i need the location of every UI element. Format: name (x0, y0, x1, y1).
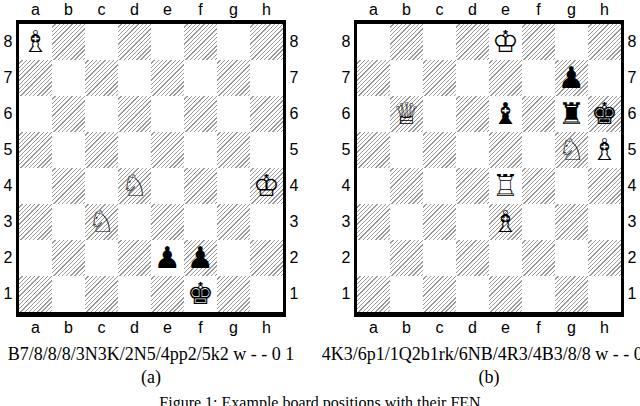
square-e8: ♔ (489, 24, 522, 60)
square-a2 (357, 240, 390, 276)
square-f3 (184, 204, 217, 240)
black-pawn-e2: ♟ (154, 240, 181, 276)
square-c4 (423, 168, 456, 204)
square-a4 (357, 168, 390, 204)
square-a2 (19, 240, 52, 276)
rank-labels-left: 87654321 (0, 20, 16, 317)
square-d2 (456, 240, 489, 276)
square-g2 (217, 240, 250, 276)
square-b5 (52, 132, 85, 168)
square-g4 (555, 168, 588, 204)
square-g7 (217, 60, 250, 96)
rank-label-5: 5 (0, 132, 16, 168)
rank-label-1: 1 (338, 276, 354, 312)
file-label-h: h (588, 318, 621, 338)
file-label-c: c (85, 318, 118, 338)
rank-label-1: 1 (624, 276, 640, 312)
rank-label-3: 3 (0, 204, 16, 240)
rank-label-3: 3 (286, 204, 302, 240)
rank-label-4: 4 (286, 168, 302, 204)
fen-text-a: B7/8/8/8/3N3K/2N5/4pp2/5k2 w - - 0 1 (8, 343, 295, 365)
square-c6 (85, 96, 118, 132)
square-g6: ♜ (555, 96, 588, 132)
black-bishop-e6: ♝ (492, 96, 519, 132)
rank-label-2: 2 (0, 240, 16, 276)
square-a8 (357, 24, 390, 60)
square-d3 (456, 204, 489, 240)
square-f4 (184, 168, 217, 204)
figure-caption: Figure 1: Example board positions with t… (0, 393, 640, 406)
square-f2: ♟ (184, 240, 217, 276)
figure-block-b: abcdefgh 87654321 ♔♟♕♝♜♚♘♗♖♗ 87654321 ab… (338, 0, 640, 389)
square-b2 (52, 240, 85, 276)
square-g4 (217, 168, 250, 204)
square-b8 (52, 24, 85, 60)
square-b2 (390, 240, 423, 276)
square-h6 (250, 96, 283, 132)
square-g3 (555, 204, 588, 240)
rank-label-4: 4 (338, 168, 354, 204)
square-f8 (522, 24, 555, 60)
square-f8 (184, 24, 217, 60)
square-c1 (423, 276, 456, 312)
square-d8 (118, 24, 151, 60)
rank-label-2: 2 (286, 240, 302, 276)
file-label-g: g (555, 0, 588, 20)
square-g5: ♘ (555, 132, 588, 168)
square-c6 (423, 96, 456, 132)
square-e6: ♝ (489, 96, 522, 132)
rank-labels-right: 87654321 (286, 20, 302, 317)
file-label-b: b (390, 0, 423, 20)
square-h6: ♚ (588, 96, 621, 132)
square-e5 (489, 132, 522, 168)
square-d6 (118, 96, 151, 132)
square-f5 (184, 132, 217, 168)
rank-label-7: 7 (338, 60, 354, 96)
file-label-d: d (456, 318, 489, 338)
square-b8 (390, 24, 423, 60)
board-middle: 87654321 ♔♟♕♝♜♚♘♗♖♗ 87654321 (338, 20, 640, 317)
white-knight-g5: ♘ (558, 132, 585, 168)
chessboard-b: ♔♟♕♝♜♚♘♗♖♗ (354, 20, 624, 317)
square-e3 (151, 204, 184, 240)
square-b7 (52, 60, 85, 96)
file-label-d: d (456, 0, 489, 20)
file-label-a: a (357, 318, 390, 338)
rank-label-5: 5 (286, 132, 302, 168)
square-c3 (423, 204, 456, 240)
file-label-e: e (151, 318, 184, 338)
square-a5 (19, 132, 52, 168)
file-labels-bottom: abcdefgh (357, 317, 640, 338)
file-labels-bottom: abcdefgh (19, 317, 302, 338)
file-label-e: e (489, 318, 522, 338)
rank-label-1: 1 (0, 276, 16, 312)
square-a5 (357, 132, 390, 168)
square-f6 (184, 96, 217, 132)
file-label-g: g (217, 318, 250, 338)
square-d4 (456, 168, 489, 204)
black-pawn-f2: ♟ (187, 240, 214, 276)
chess-diagrams-row: abcdefgh 87654321 ♗♘♔♘♟♟♚ 87654321 abcde… (0, 0, 640, 389)
square-b5 (390, 132, 423, 168)
square-a8: ♗ (19, 24, 52, 60)
square-d6 (456, 96, 489, 132)
square-h2 (588, 240, 621, 276)
square-d5 (118, 132, 151, 168)
square-h3 (250, 204, 283, 240)
file-label-h: h (250, 318, 283, 338)
square-c8 (423, 24, 456, 60)
square-g3 (217, 204, 250, 240)
black-king-f1: ♚ (187, 276, 214, 312)
rank-label-6: 6 (0, 96, 16, 132)
rank-label-8: 8 (0, 24, 16, 60)
file-label-b: b (52, 0, 85, 20)
white-king-h4: ♔ (253, 168, 280, 204)
black-pawn-g7: ♟ (558, 60, 585, 96)
file-label-a: a (19, 0, 52, 20)
square-a7 (19, 60, 52, 96)
rank-label-4: 4 (0, 168, 16, 204)
square-f5 (522, 132, 555, 168)
square-e4: ♖ (489, 168, 522, 204)
square-a7 (357, 60, 390, 96)
square-h1 (588, 276, 621, 312)
square-a3 (357, 204, 390, 240)
square-a4 (19, 168, 52, 204)
file-label-b: b (52, 318, 85, 338)
white-bishop-h5: ♗ (591, 132, 618, 168)
file-label-c: c (85, 0, 118, 20)
white-knight-d4: ♘ (121, 168, 148, 204)
file-label-a: a (357, 0, 390, 20)
square-h7 (588, 60, 621, 96)
rank-labels-right: 87654321 (624, 20, 640, 317)
file-label-c: c (423, 0, 456, 20)
rank-label-7: 7 (624, 60, 640, 96)
square-b3 (52, 204, 85, 240)
square-d1 (456, 276, 489, 312)
square-h5 (250, 132, 283, 168)
figure-block-a: abcdefgh 87654321 ♗♘♔♘♟♟♚ 87654321 abcde… (0, 0, 302, 389)
file-label-d: d (118, 0, 151, 20)
rank-label-4: 4 (624, 168, 640, 204)
rank-label-6: 6 (286, 96, 302, 132)
square-g2 (555, 240, 588, 276)
square-h4 (588, 168, 621, 204)
file-label-g: g (217, 0, 250, 20)
square-e6 (151, 96, 184, 132)
square-h3 (588, 204, 621, 240)
square-d7 (118, 60, 151, 96)
square-f7 (522, 60, 555, 96)
file-label-f: f (184, 318, 217, 338)
square-e4 (151, 168, 184, 204)
file-label-f: f (522, 0, 555, 20)
rank-labels-left: 87654321 (338, 20, 354, 317)
square-a6 (357, 96, 390, 132)
square-d3 (118, 204, 151, 240)
square-h7 (250, 60, 283, 96)
rank-label-7: 7 (286, 60, 302, 96)
square-c3: ♘ (85, 204, 118, 240)
white-rook-e4: ♖ (492, 168, 519, 204)
square-f2 (522, 240, 555, 276)
fen-text-b: 4K3/6p1/1Q2b1rk/6NB/4R3/4B3/8/8 w - - 0 … (322, 343, 640, 365)
square-c7 (423, 60, 456, 96)
square-g8 (217, 24, 250, 60)
square-d4: ♘ (118, 168, 151, 204)
file-label-d: d (118, 318, 151, 338)
square-b6 (52, 96, 85, 132)
square-b6: ♕ (390, 96, 423, 132)
file-label-h: h (588, 0, 621, 20)
square-d7 (456, 60, 489, 96)
square-f7 (184, 60, 217, 96)
square-h8 (250, 24, 283, 60)
square-e3: ♗ (489, 204, 522, 240)
square-c4 (85, 168, 118, 204)
square-d2 (118, 240, 151, 276)
black-king-h6: ♚ (591, 96, 618, 132)
square-e7 (489, 60, 522, 96)
square-g8 (555, 24, 588, 60)
square-c5 (85, 132, 118, 168)
square-e5 (151, 132, 184, 168)
square-b7 (390, 60, 423, 96)
rank-label-8: 8 (624, 24, 640, 60)
square-h4: ♔ (250, 168, 283, 204)
file-labels-top: abcdefgh (19, 0, 302, 20)
file-label-g: g (555, 318, 588, 338)
white-bishop-a8: ♗ (22, 24, 49, 60)
file-label-e: e (151, 0, 184, 20)
square-e7 (151, 60, 184, 96)
square-h5: ♗ (588, 132, 621, 168)
file-label-f: f (184, 0, 217, 20)
rank-label-8: 8 (286, 24, 302, 60)
square-b1 (390, 276, 423, 312)
square-c5 (423, 132, 456, 168)
rank-label-1: 1 (286, 276, 302, 312)
square-c2 (85, 240, 118, 276)
square-e1 (489, 276, 522, 312)
square-e1 (151, 276, 184, 312)
white-king-e8: ♔ (492, 24, 519, 60)
square-a1 (357, 276, 390, 312)
chessboard-a: ♗♘♔♘♟♟♚ (16, 20, 286, 317)
square-h2 (250, 240, 283, 276)
subfigure-label-b: (b) (479, 365, 500, 389)
square-d5 (456, 132, 489, 168)
chess-diagram-b: abcdefgh 87654321 ♔♟♕♝♜♚♘♗♖♗ 87654321 ab… (338, 0, 640, 338)
rank-label-7: 7 (0, 60, 16, 96)
square-f3 (522, 204, 555, 240)
square-f1: ♚ (184, 276, 217, 312)
square-c7 (85, 60, 118, 96)
square-a6 (19, 96, 52, 132)
rank-label-2: 2 (338, 240, 354, 276)
square-c2 (423, 240, 456, 276)
rank-label-2: 2 (624, 240, 640, 276)
rank-label-6: 6 (624, 96, 640, 132)
rank-label-3: 3 (338, 204, 354, 240)
file-label-h: h (250, 0, 283, 20)
square-h1 (250, 276, 283, 312)
square-b4 (52, 168, 85, 204)
square-g1 (555, 276, 588, 312)
rank-label-6: 6 (338, 96, 354, 132)
board-middle: 87654321 ♗♘♔♘♟♟♚ 87654321 (0, 20, 302, 317)
subfigure-label-a: (a) (141, 365, 161, 389)
square-c8 (85, 24, 118, 60)
square-a1 (19, 276, 52, 312)
rank-label-5: 5 (338, 132, 354, 168)
square-f1 (522, 276, 555, 312)
square-b3 (390, 204, 423, 240)
square-h8 (588, 24, 621, 60)
white-knight-c3: ♘ (88, 204, 115, 240)
square-e8 (151, 24, 184, 60)
white-queen-b6: ♕ (393, 96, 420, 132)
square-g1 (217, 276, 250, 312)
black-rook-g6: ♜ (558, 96, 585, 132)
square-f4 (522, 168, 555, 204)
square-b4 (390, 168, 423, 204)
rank-label-5: 5 (624, 132, 640, 168)
square-f6 (522, 96, 555, 132)
square-e2 (489, 240, 522, 276)
rank-label-8: 8 (338, 24, 354, 60)
square-b1 (52, 276, 85, 312)
file-labels-top: abcdefgh (357, 0, 640, 20)
rank-label-3: 3 (624, 204, 640, 240)
figure-page: abcdefgh 87654321 ♗♘♔♘♟♟♚ 87654321 abcde… (0, 0, 640, 406)
square-g6 (217, 96, 250, 132)
file-label-a: a (19, 318, 52, 338)
file-label-e: e (489, 0, 522, 20)
square-a3 (19, 204, 52, 240)
square-g5 (217, 132, 250, 168)
file-label-f: f (522, 318, 555, 338)
square-c1 (85, 276, 118, 312)
square-d8 (456, 24, 489, 60)
chess-diagram-a: abcdefgh 87654321 ♗♘♔♘♟♟♚ 87654321 abcde… (0, 0, 302, 338)
square-d1 (118, 276, 151, 312)
square-g7: ♟ (555, 60, 588, 96)
square-e2: ♟ (151, 240, 184, 276)
file-label-c: c (423, 318, 456, 338)
file-label-b: b (390, 318, 423, 338)
white-bishop-e3: ♗ (492, 204, 519, 240)
